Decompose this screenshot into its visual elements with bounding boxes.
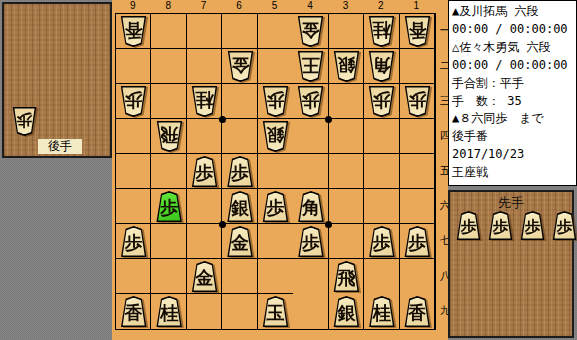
- piece-角-4六[interactable]: 角: [297, 191, 324, 222]
- board-cell-6九[interactable]: [222, 294, 257, 329]
- piece-face: 角: [299, 193, 323, 221]
- sente-piece-glyph: 歩: [404, 226, 431, 257]
- file-label-8: 8: [150, 0, 185, 12]
- sente-piece-glyph: 玉: [262, 296, 289, 327]
- piece-kanji: 桂: [373, 21, 391, 39]
- piece-kanji: 歩: [267, 91, 285, 109]
- info-line-7: ▲８六同歩 まで: [452, 110, 576, 128]
- piece-face: 銀: [264, 123, 288, 151]
- board-cell-5二[interactable]: [258, 49, 293, 84]
- piece-face: 歩: [490, 213, 512, 239]
- piece-kanji: 金: [196, 269, 214, 287]
- piece-金-7八[interactable]: 金: [191, 261, 218, 292]
- piece-銀-3二[interactable]: 銀: [333, 51, 360, 82]
- file-label-1: 1: [399, 0, 434, 12]
- sente-piece-glyph: 歩: [297, 226, 324, 257]
- piece-歩-7五[interactable]: 歩: [191, 156, 218, 187]
- piece-face: 金: [193, 263, 217, 291]
- sente-piece-glyph: 歩: [552, 211, 577, 240]
- gote-piece-glyph: 飛: [156, 121, 183, 152]
- piece-kanji: 桂: [160, 304, 178, 322]
- piece-face: 銀: [334, 53, 358, 81]
- piece-香-9一[interactable]: 香: [120, 16, 147, 47]
- piece-歩-5三[interactable]: 歩: [262, 86, 289, 117]
- sente-hand-piece-歩[interactable]: 歩: [552, 211, 577, 240]
- sente-hand-pieces: 歩歩歩歩: [456, 211, 577, 240]
- piece-face: 歩: [228, 158, 252, 186]
- board-cell-4四[interactable]: [293, 119, 328, 154]
- board-cell-3五[interactable]: [329, 154, 364, 189]
- piece-kanji: 角: [302, 199, 320, 217]
- info-line-2: 00:00 / 00:00:00: [452, 21, 576, 39]
- piece-玉-5九[interactable]: 玉: [262, 296, 289, 327]
- gote-piece-glyph: 王: [297, 51, 324, 82]
- piece-歩-1三[interactable]: 歩: [404, 86, 431, 117]
- piece-歩-2三[interactable]: 歩: [368, 86, 395, 117]
- sente-piece-glyph: 銀: [227, 191, 254, 222]
- piece-face: 飛: [334, 263, 358, 291]
- sente-piece-glyph: 金: [227, 226, 254, 257]
- file-label-7: 7: [186, 0, 221, 12]
- piece-kanji: 歩: [408, 91, 426, 109]
- piece-face: 銀: [334, 298, 358, 326]
- board-cell-8二[interactable]: [151, 49, 186, 84]
- piece-face: 桂: [370, 18, 394, 46]
- piece-歩-5六[interactable]: 歩: [262, 191, 289, 222]
- board-cell-3三[interactable]: [329, 84, 364, 119]
- piece-face: 歩: [458, 213, 480, 239]
- piece-face: 香: [405, 18, 429, 46]
- gote-piece-glyph: 金: [227, 51, 254, 82]
- piece-kanji: 歩: [557, 219, 573, 235]
- piece-角-2二[interactable]: 角: [368, 51, 395, 82]
- board-cell-7四[interactable]: [187, 119, 222, 154]
- board-cell-3七[interactable]: [329, 224, 364, 259]
- gote-hand-piece-歩[interactable]: 歩: [12, 107, 37, 136]
- piece-kanji: 金: [302, 21, 320, 39]
- sente-piece-glyph: 歩: [262, 191, 289, 222]
- piece-face: 歩: [299, 88, 323, 116]
- board-cell-2五[interactable]: [364, 154, 399, 189]
- piece-桂-8九[interactable]: 桂: [156, 296, 183, 327]
- gote-piece-glyph: 歩: [12, 107, 37, 136]
- board-cell-6三[interactable]: [222, 84, 257, 119]
- piece-kanji: 歩: [125, 91, 143, 109]
- piece-face: 香: [405, 298, 429, 326]
- piece-金-6二[interactable]: 金: [227, 51, 254, 82]
- piece-face: 歩: [193, 158, 217, 186]
- piece-face: 歩: [405, 88, 429, 116]
- piece-歩-6五[interactable]: 歩: [227, 156, 254, 187]
- sente-piece-glyph: 桂: [368, 296, 395, 327]
- gote-piece-glyph: 角: [368, 51, 395, 82]
- sente-piece-glyph: 歩: [227, 156, 254, 187]
- piece-face: 歩: [264, 88, 288, 116]
- piece-歩-9三[interactable]: 歩: [120, 86, 147, 117]
- piece-kanji: 歩: [125, 234, 143, 252]
- piece-kanji: 玉: [267, 304, 285, 322]
- file-label-2: 2: [363, 0, 398, 12]
- info-line-8: 後手番: [452, 128, 576, 146]
- gote-piece-glyph: 桂: [368, 16, 395, 47]
- board-cell-1二[interactable]: [400, 49, 435, 84]
- sente-piece-glyph: 歩: [488, 211, 513, 240]
- piece-face: 飛: [157, 123, 181, 151]
- sente-piece-glyph: 飛: [333, 261, 360, 292]
- piece-face: 桂: [193, 88, 217, 116]
- board-cell-8三[interactable]: [151, 84, 186, 119]
- board-cell-1六[interactable]: [400, 189, 435, 224]
- board-cell-5五[interactable]: [258, 154, 293, 189]
- piece-kanji: 香: [125, 21, 143, 39]
- sente-piece-glyph: 金: [191, 261, 218, 292]
- sente-piece-glyph: 歩: [520, 211, 545, 240]
- piece-金-4一[interactable]: 金: [297, 16, 324, 47]
- gote-piece-glyph: 金: [297, 16, 324, 47]
- sente-piece-glyph: 歩: [120, 226, 147, 257]
- piece-kanji: 歩: [302, 234, 320, 252]
- piece-香-1一[interactable]: 香: [404, 16, 431, 47]
- piece-歩-1七[interactable]: 歩: [404, 226, 431, 257]
- piece-face: 歩: [14, 109, 36, 135]
- board-cell-2四[interactable]: [364, 119, 399, 154]
- piece-face: 歩: [405, 228, 429, 256]
- board-cell-1五[interactable]: [400, 154, 435, 189]
- file-label-5: 5: [257, 0, 292, 12]
- star-point: [219, 221, 226, 228]
- piece-kanji: 金: [231, 56, 249, 74]
- piece-face: 香: [122, 298, 146, 326]
- gote-side-label-text: 後手: [48, 139, 72, 153]
- piece-face: 桂: [157, 298, 181, 326]
- piece-香-1九[interactable]: 香: [404, 296, 431, 327]
- sente-piece-glyph: 香: [120, 296, 147, 327]
- piece-face: 銀: [228, 193, 252, 221]
- board-cell-8五[interactable]: [151, 154, 186, 189]
- piece-face: 歩: [554, 213, 576, 239]
- board-cell-4九[interactable]: [293, 294, 328, 329]
- gote-piece-glyph: 銀: [262, 121, 289, 152]
- piece-飛-8四[interactable]: 飛: [156, 121, 183, 152]
- info-line-6: 手 数： 35: [452, 93, 576, 111]
- piece-face: 歩: [122, 228, 146, 256]
- sente-piece-glyph: 歩: [191, 156, 218, 187]
- board-cell-7九[interactable]: [187, 294, 222, 329]
- piece-face: 金: [228, 228, 252, 256]
- piece-王-4二[interactable]: 王: [297, 51, 324, 82]
- last-move-highlight: 歩: [157, 193, 181, 221]
- piece-face: 歩: [122, 88, 146, 116]
- piece-歩-4三[interactable]: 歩: [297, 86, 324, 117]
- piece-kanji: 銀: [337, 304, 355, 322]
- board-cell-7一[interactable]: [187, 14, 222, 49]
- piece-kanji: 銀: [231, 199, 249, 217]
- gote-side-label: 後手: [38, 139, 82, 154]
- star-point: [325, 221, 332, 228]
- sente-piece-glyph: 桂: [156, 296, 183, 327]
- piece-飛-3八[interactable]: 飛: [333, 261, 360, 292]
- board-cell-4五[interactable]: [293, 154, 328, 189]
- sente-hand-piece-歩[interactable]: 歩: [456, 211, 481, 240]
- piece-kanji: 桂: [196, 91, 214, 109]
- piece-kanji: 歩: [17, 112, 33, 128]
- piece-kanji: 金: [231, 234, 249, 252]
- sente-side-label-text: 先手: [498, 195, 524, 210]
- gote-piece-glyph: 桂: [191, 86, 218, 117]
- piece-kanji: 飛: [337, 269, 355, 287]
- board-grid[interactable]: 香金桂香金王銀角歩桂歩歩歩歩飛銀歩歩歩銀歩角歩金歩歩歩金飛香桂玉銀桂香: [115, 13, 436, 330]
- piece-face: 歩: [299, 228, 323, 256]
- shogi-board-panel: 987654321 一二三四五六七八九 香金桂香金王銀角歩桂歩歩歩歩飛銀歩歩歩銀…: [112, 0, 448, 340]
- sente-side-label: 先手: [450, 195, 572, 210]
- board-cell-4八[interactable]: [293, 259, 328, 294]
- piece-kanji: 歩: [302, 91, 320, 109]
- sente-hand-piece-歩[interactable]: 歩: [488, 211, 513, 240]
- gote-captured-tray: 歩 後手: [2, 2, 112, 158]
- piece-face: 歩: [370, 228, 394, 256]
- piece-銀-3九[interactable]: 銀: [333, 296, 360, 327]
- file-label-4: 4: [292, 0, 327, 12]
- board-cell-6四[interactable]: [222, 119, 257, 154]
- piece-kanji: 銀: [337, 56, 355, 74]
- piece-kanji: 歩: [373, 234, 391, 252]
- piece-kanji: 歩: [196, 164, 214, 182]
- piece-kanji: 飛: [160, 126, 178, 144]
- file-label-9: 9: [115, 0, 150, 12]
- board-cell-8一[interactable]: [151, 14, 186, 49]
- sente-piece-glyph: 歩: [368, 226, 395, 257]
- piece-kanji: 角: [373, 56, 391, 74]
- board-cell-7七[interactable]: [187, 224, 222, 259]
- piece-歩-9七[interactable]: 歩: [120, 226, 147, 257]
- piece-kanji: 王: [302, 56, 320, 74]
- gote-piece-glyph: 歩: [262, 86, 289, 117]
- piece-香-9九[interactable]: 香: [120, 296, 147, 327]
- piece-歩-4七[interactable]: 歩: [297, 226, 324, 257]
- gote-piece-glyph: 歩: [120, 86, 147, 117]
- piece-face: 玉: [264, 298, 288, 326]
- sente-piece-glyph: 香: [404, 296, 431, 327]
- piece-face: 歩: [522, 213, 544, 239]
- piece-face: 角: [370, 53, 394, 81]
- piece-歩-8六[interactable]: 歩: [156, 191, 183, 222]
- star-point: [219, 116, 226, 123]
- board-cell-6一[interactable]: [222, 14, 257, 49]
- sente-piece-glyph: 歩: [156, 191, 183, 222]
- info-line-5: 手合割：平手: [452, 75, 576, 93]
- piece-face: 王: [299, 53, 323, 81]
- board-cell-7六[interactable]: [187, 189, 222, 224]
- sente-piece-glyph: 角: [297, 191, 324, 222]
- piece-kanji: 歩: [231, 164, 249, 182]
- file-coordinate-labels: 987654321: [115, 0, 436, 12]
- board-cell-3一[interactable]: [329, 14, 364, 49]
- board-cell-9八[interactable]: [116, 259, 151, 294]
- piece-歩-2七[interactable]: 歩: [368, 226, 395, 257]
- board-cell-3四[interactable]: [329, 119, 364, 154]
- piece-金-6七[interactable]: 金: [227, 226, 254, 257]
- board-cell-9六[interactable]: [116, 189, 151, 224]
- gote-piece-glyph: 歩: [368, 86, 395, 117]
- board-cell-7二[interactable]: [187, 49, 222, 84]
- gote-piece-glyph: 香: [404, 16, 431, 47]
- board-cell-2六[interactable]: [364, 189, 399, 224]
- info-line-10: 王座戦: [452, 164, 576, 182]
- sente-hand-piece-歩[interactable]: 歩: [520, 211, 545, 240]
- file-label-6: 6: [221, 0, 256, 12]
- shogi-app-window: 歩 後手 987654321 一二三四五六七八九 香金桂香金王銀角歩桂歩歩歩歩飛…: [0, 0, 577, 340]
- piece-kanji: 香: [125, 304, 143, 322]
- piece-kanji: 歩: [373, 91, 391, 109]
- info-line-4: 00:00 / 00:00:00: [452, 57, 576, 75]
- star-point: [325, 116, 332, 123]
- info-line-1: ▲及川拓馬 六段: [452, 3, 576, 21]
- piece-kanji: 香: [408, 304, 426, 322]
- board-cell-9五[interactable]: [116, 154, 151, 189]
- piece-face: 歩: [264, 193, 288, 221]
- piece-face: 金: [228, 53, 252, 81]
- board-cell-2八[interactable]: [364, 259, 399, 294]
- piece-kanji: 銀: [267, 126, 285, 144]
- gote-piece-glyph: 銀: [333, 51, 360, 82]
- piece-kanji: 歩: [267, 199, 285, 217]
- board-cell-9二[interactable]: [116, 49, 151, 84]
- board-cell-1八[interactable]: [400, 259, 435, 294]
- piece-桂-2一[interactable]: 桂: [368, 16, 395, 47]
- board-cell-3六[interactable]: [329, 189, 364, 224]
- piece-face: 歩: [370, 88, 394, 116]
- piece-銀-6六[interactable]: 銀: [227, 191, 254, 222]
- board-cell-9四[interactable]: [116, 119, 151, 154]
- piece-kanji: 歩: [408, 234, 426, 252]
- gote-piece-glyph: 歩: [404, 86, 431, 117]
- piece-kanji: 歩: [493, 219, 509, 235]
- board-cell-8七[interactable]: [151, 224, 186, 259]
- gote-piece-glyph: 歩: [297, 86, 324, 117]
- sente-piece-glyph: 銀: [333, 296, 360, 327]
- piece-face: 香: [122, 18, 146, 46]
- board-cell-5七[interactable]: [258, 224, 293, 259]
- piece-face: 桂: [370, 298, 394, 326]
- piece-桂-7三[interactable]: 桂: [191, 86, 218, 117]
- gote-piece-glyph: 香: [120, 16, 147, 47]
- sente-captured-tray: 先手 歩歩歩歩: [448, 190, 574, 338]
- info-line-9: 2017/10/23: [452, 146, 576, 164]
- piece-kanji: 桂: [373, 304, 391, 322]
- piece-kanji: 香: [408, 21, 426, 39]
- sente-piece-glyph: 歩: [456, 211, 481, 240]
- file-label-3: 3: [328, 0, 363, 12]
- piece-桂-2九[interactable]: 桂: [368, 296, 395, 327]
- info-line-3: △佐々木勇気 六段: [452, 39, 576, 57]
- board-cell-5一[interactable]: [258, 14, 293, 49]
- board-cell-8八[interactable]: [151, 259, 186, 294]
- gote-hand-pieces: 歩: [12, 107, 37, 136]
- piece-銀-5四[interactable]: 銀: [262, 121, 289, 152]
- piece-face: 金: [299, 18, 323, 46]
- piece-kanji: 歩: [461, 219, 477, 235]
- game-info-panel: ▲及川拓馬 六段00:00 / 00:00:00△佐々木勇気 六段00:00 /…: [448, 0, 577, 186]
- board-cell-5八[interactable]: [258, 259, 293, 294]
- board-cell-1四[interactable]: [400, 119, 435, 154]
- piece-kanji: 歩: [525, 219, 541, 235]
- board-cell-6八[interactable]: [222, 259, 257, 294]
- piece-kanji: 歩: [160, 199, 178, 217]
